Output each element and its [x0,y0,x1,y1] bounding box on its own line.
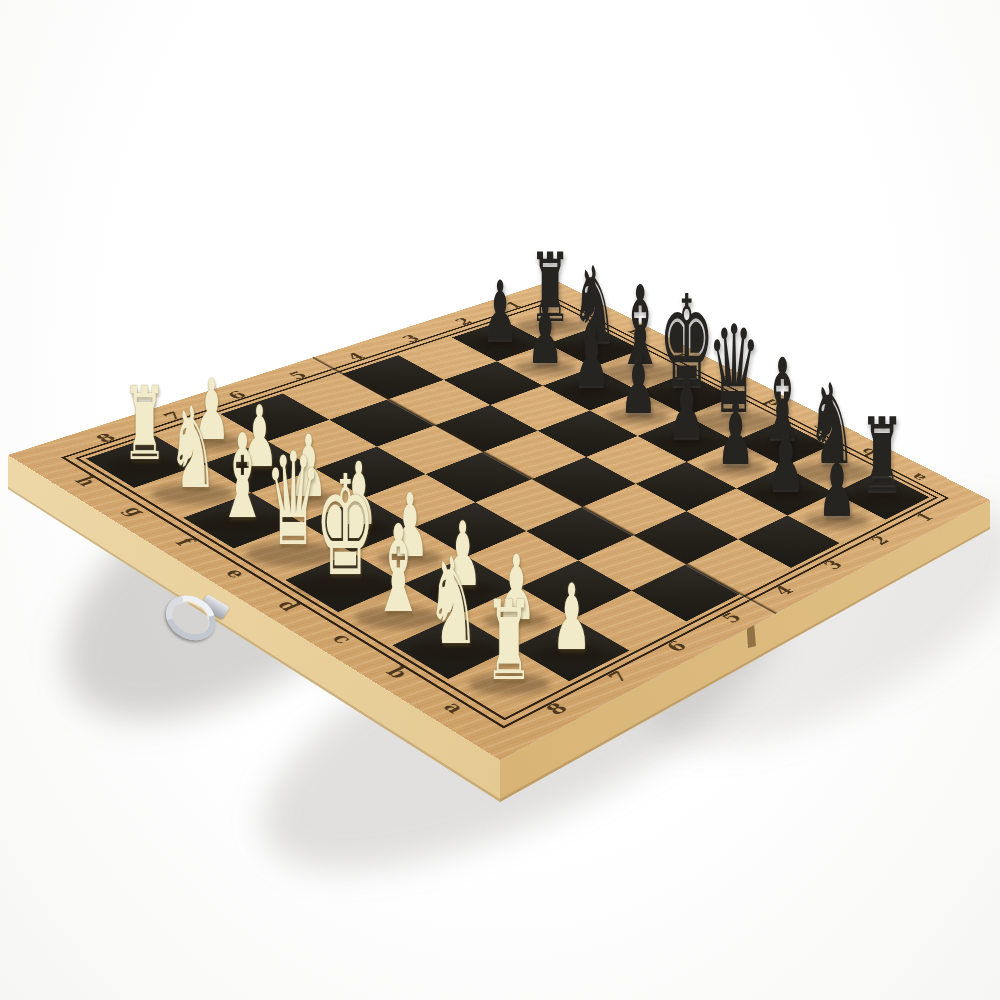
clasp-ring-icon [158,586,224,649]
piece-white-rook-a8[interactable]: ♜ [485,586,533,696]
piece-black-pawn-f2[interactable]: ♟ [573,317,610,402]
piece-white-knight-g8[interactable]: ♞ [168,393,217,506]
piece-black-rook-a1[interactable]: ♜ [860,406,905,508]
piece-black-pawn-g2[interactable]: ♟ [527,294,564,378]
piece-white-rook-h8[interactable]: ♜ [123,375,167,476]
piece-white-knight-b8[interactable]: ♞ [427,543,479,663]
piece-black-pawn-a2[interactable]: ♟ [817,442,856,531]
metal-clasp [152,577,234,659]
piece-white-queen-e8[interactable]: ♛ [265,438,321,566]
piece-white-pawn-a7[interactable]: ♟ [552,574,592,665]
product-photo-stage: 11hh22gg33ff44ee55dd66cc77bb88aa ♜♞♝♚♛♝♞… [0,0,1000,1000]
piece-black-pawn-d2[interactable]: ♟ [668,365,706,451]
piece-white-king-d8[interactable]: ♚ [315,459,375,597]
piece-black-pawn-h2[interactable]: ♟ [482,270,518,353]
piece-black-pawn-c2[interactable]: ♟ [716,390,754,477]
piece-black-pawn-b2[interactable]: ♟ [766,416,805,504]
piece-white-bishop-c8[interactable]: ♝ [372,509,425,630]
piece-black-pawn-e2[interactable]: ♟ [620,341,657,426]
piece-white-bishop-f8[interactable]: ♝ [217,419,268,535]
clasp-plate [200,594,229,619]
